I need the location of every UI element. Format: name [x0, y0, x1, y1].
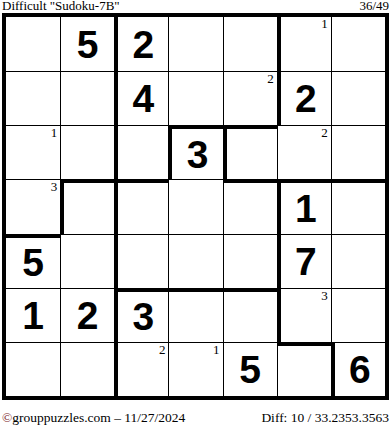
given-digit: 3 — [133, 297, 155, 336]
progress-counter: 36/49 — [359, 0, 389, 13]
cell-r1c6[interactable]: 1 — [277, 17, 331, 71]
corner-mark: 2 — [267, 72, 274, 86]
cell-r3c7[interactable] — [331, 125, 385, 179]
cell-r5c7[interactable] — [331, 234, 385, 288]
cell-r3c1[interactable]: 1 — [6, 125, 60, 179]
given-digit: 5 — [22, 243, 44, 282]
cell-r5c6[interactable]: 7 — [277, 234, 331, 288]
given-digit: 1 — [295, 189, 317, 228]
cell-r6c2[interactable]: 2 — [60, 288, 114, 342]
cell-r4c6[interactable]: 1 — [277, 179, 331, 233]
cell-r4c5[interactable] — [223, 179, 277, 233]
puzzle-title: Difficult "Sudoku-7B" — [2, 0, 120, 13]
cell-r7c4[interactable]: 1 — [168, 342, 222, 396]
corner-mark: 1 — [321, 17, 328, 31]
cell-r4c7[interactable] — [331, 179, 385, 233]
corner-mark: 3 — [51, 180, 58, 194]
cell-r1c7[interactable] — [331, 17, 385, 71]
given-digit: 5 — [239, 350, 261, 389]
cell-r7c1[interactable] — [6, 342, 60, 396]
cell-r1c2[interactable]: 5 — [60, 17, 114, 71]
cell-r7c6[interactable] — [277, 342, 331, 396]
cell-r1c1[interactable] — [6, 17, 60, 71]
cell-r6c3[interactable]: 3 — [114, 288, 168, 342]
cell-r2c1[interactable] — [6, 71, 60, 125]
cell-r7c7[interactable]: 6 — [331, 342, 385, 396]
cell-r3c2[interactable] — [60, 125, 114, 179]
cell-r7c3[interactable]: 2 — [114, 342, 168, 396]
given-digit: 7 — [295, 242, 317, 281]
corner-mark: 2 — [321, 126, 328, 140]
cell-r5c3[interactable] — [114, 234, 168, 288]
corner-mark: 3 — [321, 289, 328, 303]
cell-r3c5[interactable] — [223, 125, 277, 179]
copyright-symbol-icon: © — [2, 410, 12, 425]
sudoku-board: 521422132315712332156 — [2, 13, 389, 400]
cell-r6c5[interactable] — [223, 288, 277, 342]
given-digit: 2 — [133, 25, 155, 64]
cell-r6c1[interactable]: 1 — [6, 288, 60, 342]
cell-r6c4[interactable] — [168, 288, 222, 342]
cell-r4c3[interactable] — [114, 179, 168, 233]
given-digit: 1 — [22, 296, 44, 335]
copyright-text: grouppuzzles.com – 11/27/2024 — [12, 410, 185, 425]
cell-r5c2[interactable] — [60, 234, 114, 288]
cell-r2c5[interactable]: 2 — [223, 71, 277, 125]
corner-mark: 2 — [159, 343, 166, 357]
cell-r7c5[interactable]: 5 — [223, 342, 277, 396]
cell-r3c6[interactable]: 2 — [277, 125, 331, 179]
corner-mark: 1 — [51, 126, 58, 140]
cell-r4c1[interactable]: 3 — [6, 179, 60, 233]
cell-r2c6[interactable]: 2 — [277, 71, 331, 125]
given-digit: 4 — [133, 79, 155, 118]
given-digit: 2 — [77, 296, 99, 335]
given-digit: 6 — [349, 350, 371, 389]
cell-r3c3[interactable] — [114, 125, 168, 179]
footer: ©grouppuzzles.com – 11/27/2024 Diff: 10 … — [2, 410, 389, 426]
cell-r6c6[interactable]: 3 — [277, 288, 331, 342]
given-digit: 3 — [187, 135, 209, 174]
cell-r3c4[interactable]: 3 — [168, 125, 222, 179]
cell-r7c2[interactable] — [60, 342, 114, 396]
given-digit: 2 — [295, 79, 317, 118]
cell-r2c2[interactable] — [60, 71, 114, 125]
cell-r6c7[interactable] — [331, 288, 385, 342]
cell-r5c4[interactable] — [168, 234, 222, 288]
header: Difficult "Sudoku-7B" 36/49 — [2, 0, 389, 13]
cell-r1c4[interactable] — [168, 17, 222, 71]
cell-r1c3[interactable]: 2 — [114, 17, 168, 71]
cell-r4c2[interactable] — [60, 179, 114, 233]
cell-r2c7[interactable] — [331, 71, 385, 125]
cell-r2c3[interactable]: 4 — [114, 71, 168, 125]
given-digit: 5 — [77, 25, 99, 64]
cell-r5c1[interactable]: 5 — [6, 234, 60, 288]
copyright-line: ©grouppuzzles.com – 11/27/2024 — [2, 410, 185, 426]
cell-r1c5[interactable] — [223, 17, 277, 71]
puzzle-page: Difficult "Sudoku-7B" 36/49 521422132315… — [0, 0, 391, 426]
cell-r4c4[interactable] — [168, 179, 222, 233]
cell-r5c5[interactable] — [223, 234, 277, 288]
cell-r2c4[interactable] — [168, 71, 222, 125]
corner-mark: 1 — [213, 343, 220, 357]
difficulty-text: Diff: 10 / 33.2353.3563 — [261, 410, 389, 426]
